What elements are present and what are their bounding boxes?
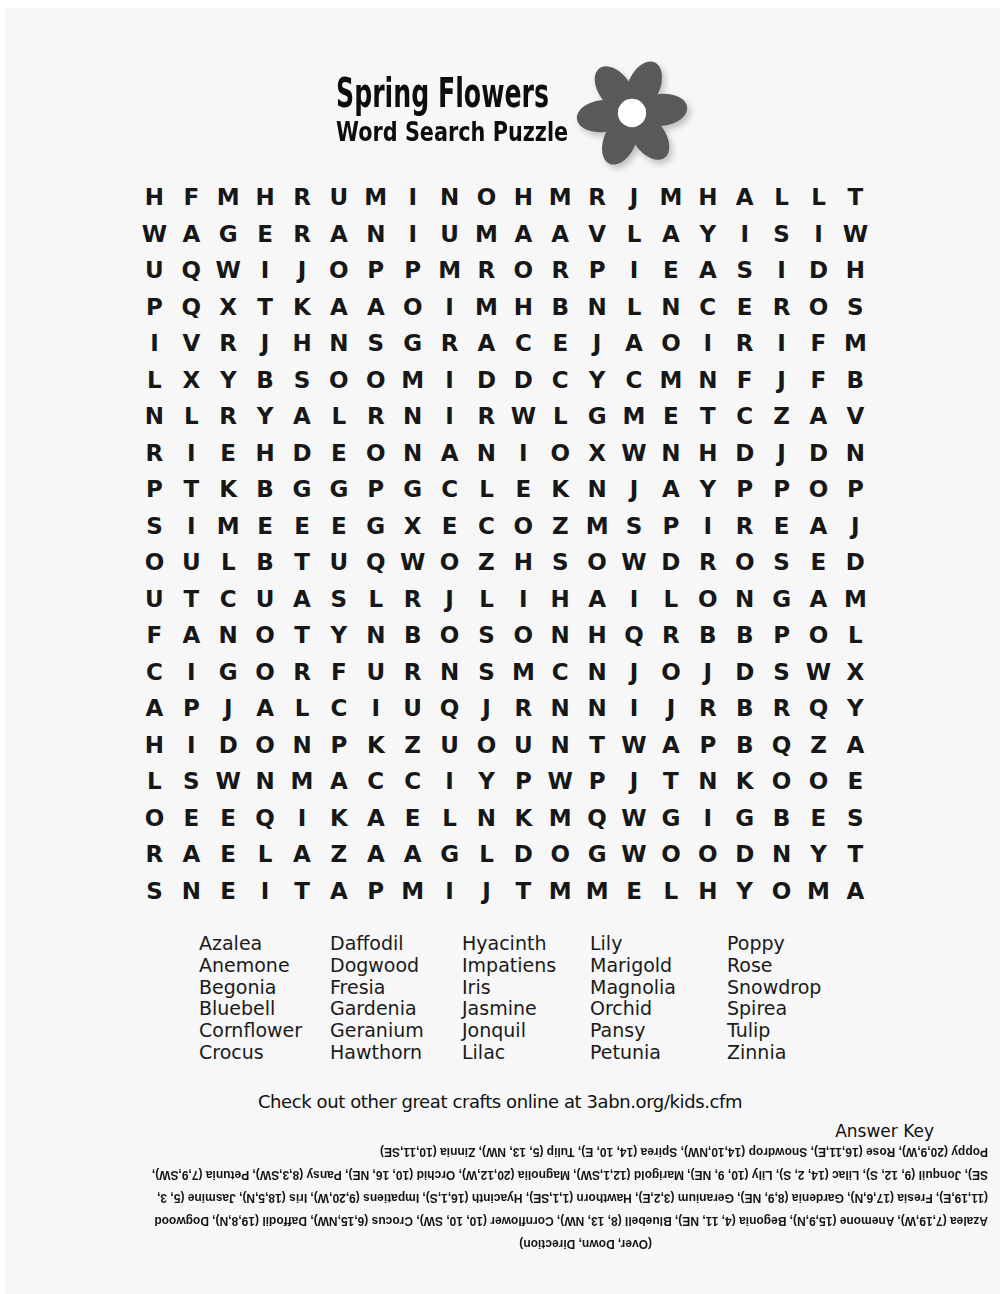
grid-cell-r14c5: R	[284, 654, 321, 691]
grid-cell-r14c2: I	[173, 654, 210, 691]
word-item: Gardenia	[330, 998, 462, 1020]
grid-cell-r11c12: S	[542, 544, 579, 581]
grid-cell-r1c11: H	[505, 179, 542, 216]
grid-cell-r17c3: W	[210, 763, 247, 800]
flower-icon	[566, 54, 698, 172]
grid-cell-r5c11: C	[505, 325, 542, 362]
grid-cell-r14c19: W	[800, 654, 837, 691]
grid-cell-r19c15: O	[652, 836, 689, 873]
grid-cell-r12c1: U	[136, 581, 173, 618]
grid-cell-r6c16: N	[689, 362, 726, 399]
grid-cell-r17c9: I	[431, 763, 468, 800]
grid-cell-r17c11: P	[505, 763, 542, 800]
grid-cell-r10c13: M	[579, 508, 616, 545]
grid-cell-r15c4: A	[247, 690, 284, 727]
grid-cell-r3c12: R	[542, 252, 579, 289]
grid-cell-r20c17: Y	[726, 873, 763, 910]
grid-cell-r7c16: T	[689, 398, 726, 435]
grid-cell-r7c2: L	[173, 398, 210, 435]
grid-cell-r8c7: O	[357, 435, 394, 472]
grid-cell-r19c19: Y	[800, 836, 837, 873]
grid-cell-r13c1: F	[136, 617, 173, 654]
grid-cell-r1c18: L	[763, 179, 800, 216]
grid-cell-r20c2: N	[173, 873, 210, 910]
grid-cell-r16c9: U	[431, 727, 468, 764]
grid-cell-r1c7: M	[357, 179, 394, 216]
grid-cell-r7c5: A	[284, 398, 321, 435]
grid-cell-r9c1: P	[136, 471, 173, 508]
grid-cell-r8c10: N	[468, 435, 505, 472]
grid-cell-r16c13: T	[579, 727, 616, 764]
grid-cell-r18c1: O	[136, 800, 173, 837]
grid-cell-r3c3: W	[210, 252, 247, 289]
grid-cell-r2c11: A	[505, 216, 542, 253]
grid-cell-r8c18: J	[763, 435, 800, 472]
grid-cell-r19c16: O	[689, 836, 726, 873]
grid-cell-r9c5: G	[284, 471, 321, 508]
grid-cell-r1c6: U	[320, 179, 357, 216]
grid-cell-r12c3: C	[210, 581, 247, 618]
grid-cell-r13c2: A	[173, 617, 210, 654]
grid-cell-r6c2: X	[173, 362, 210, 399]
grid-cell-r6c5: S	[284, 362, 321, 399]
grid-cell-r10c18: E	[763, 508, 800, 545]
grid-cell-r10c8: X	[394, 508, 431, 545]
grid-cell-r4c9: I	[431, 289, 468, 326]
word-item: Marigold	[590, 955, 727, 977]
grid-cell-r9c18: P	[763, 471, 800, 508]
grid-cell-r18c15: G	[652, 800, 689, 837]
grid-cell-r13c11: O	[505, 617, 542, 654]
grid-cell-r1c1: H	[136, 179, 173, 216]
grid-cell-r1c13: R	[579, 179, 616, 216]
grid-cell-r17c2: S	[173, 763, 210, 800]
grid-cell-r2c6: A	[320, 216, 357, 253]
grid-cell-r10c10: C	[468, 508, 505, 545]
grid-cell-r2c15: A	[652, 216, 689, 253]
word-item: Crocus	[199, 1042, 330, 1064]
grid-cell-r19c3: E	[210, 836, 247, 873]
grid-cell-r10c11: O	[505, 508, 542, 545]
grid-cell-r19c9: G	[431, 836, 468, 873]
grid-cell-r20c7: P	[357, 873, 394, 910]
grid-cell-r2c9: U	[431, 216, 468, 253]
grid-cell-r7c10: R	[468, 398, 505, 435]
grid-cell-r13c7: N	[357, 617, 394, 654]
word-search-grid: HFMHRUMINOHMRJMHALLTWAGERANIUMAAVLAYISIW…	[136, 179, 874, 909]
grid-cell-r12c12: H	[542, 581, 579, 618]
grid-cell-r12c15: L	[652, 581, 689, 618]
grid-cell-r13c10: S	[468, 617, 505, 654]
grid-cell-r9c9: C	[431, 471, 468, 508]
grid-cell-r12c5: A	[284, 581, 321, 618]
grid-cell-r3c18: I	[763, 252, 800, 289]
grid-cell-r1c3: M	[210, 179, 247, 216]
grid-cell-r9c17: P	[726, 471, 763, 508]
grid-cell-r3c11: O	[505, 252, 542, 289]
grid-cell-r14c4: O	[247, 654, 284, 691]
grid-cell-r15c14: I	[616, 690, 653, 727]
grid-cell-r20c14: E	[616, 873, 653, 910]
word-item: Jonquil	[462, 1020, 590, 1042]
grid-cell-r16c14: W	[616, 727, 653, 764]
answer-key-line: (11,19,E), Fresia (17,6,N), Gardenia (8,…	[12, 1186, 988, 1209]
grid-cell-r12c10: L	[468, 581, 505, 618]
grid-cell-r8c12: O	[542, 435, 579, 472]
grid-cell-r14c15: O	[652, 654, 689, 691]
grid-cell-r17c13: P	[579, 763, 616, 800]
grid-cell-r3c13: P	[579, 252, 616, 289]
word-item: Hawthorn	[330, 1042, 462, 1064]
grid-cell-r13c4: O	[247, 617, 284, 654]
grid-cell-r10c9: E	[431, 508, 468, 545]
grid-cell-r2c2: A	[173, 216, 210, 253]
grid-cell-r10c17: R	[726, 508, 763, 545]
word-item: Zinnia	[727, 1042, 821, 1064]
grid-cell-r2c3: G	[210, 216, 247, 253]
grid-cell-r8c17: D	[726, 435, 763, 472]
grid-cell-r15c1: A	[136, 690, 173, 727]
grid-cell-r5c6: N	[320, 325, 357, 362]
grid-cell-r11c7: Q	[357, 544, 394, 581]
grid-cell-r8c2: I	[173, 435, 210, 472]
grid-cell-r16c7: K	[357, 727, 394, 764]
grid-cell-r20c18: O	[763, 873, 800, 910]
grid-cell-r5c14: A	[616, 325, 653, 362]
word-item: Dogwood	[330, 955, 462, 977]
grid-cell-r19c5: A	[284, 836, 321, 873]
grid-cell-r1c14: J	[616, 179, 653, 216]
grid-cell-r4c7: A	[357, 289, 394, 326]
grid-cell-r17c16: N	[689, 763, 726, 800]
grid-cell-r2c13: V	[579, 216, 616, 253]
grid-cell-r11c17: O	[726, 544, 763, 581]
grid-cell-r2c10: M	[468, 216, 505, 253]
grid-cell-r15c15: J	[652, 690, 689, 727]
grid-cell-r15c6: C	[320, 690, 357, 727]
word-item: Lilac	[462, 1042, 590, 1064]
grid-cell-r6c20: B	[837, 362, 874, 399]
grid-cell-r8c4: H	[247, 435, 284, 472]
grid-cell-r17c6: A	[320, 763, 357, 800]
grid-cell-r5c5: H	[284, 325, 321, 362]
grid-cell-r8c6: E	[320, 435, 357, 472]
grid-cell-r17c7: C	[357, 763, 394, 800]
grid-cell-r16c8: Z	[394, 727, 431, 764]
grid-cell-r2c7: N	[357, 216, 394, 253]
grid-cell-r11c14: W	[616, 544, 653, 581]
grid-cell-r6c3: Y	[210, 362, 247, 399]
word-item: Lily	[590, 933, 727, 955]
grid-cell-r15c2: P	[173, 690, 210, 727]
grid-cell-r12c8: R	[394, 581, 431, 618]
grid-cell-r18c7: A	[357, 800, 394, 837]
grid-cell-r5c13: J	[579, 325, 616, 362]
grid-cell-r4c17: E	[726, 289, 763, 326]
grid-cell-r11c10: Z	[468, 544, 505, 581]
grid-cell-r17c4: N	[247, 763, 284, 800]
grid-cell-r16c19: Z	[800, 727, 837, 764]
word-item: Anemone	[199, 955, 330, 977]
grid-cell-r7c15: E	[652, 398, 689, 435]
grid-cell-r5c10: A	[468, 325, 505, 362]
grid-cell-r9c16: Y	[689, 471, 726, 508]
grid-cell-r1c9: N	[431, 179, 468, 216]
word-item: Snowdrop	[727, 977, 821, 999]
grid-cell-r13c8: B	[394, 617, 431, 654]
grid-cell-r20c3: E	[210, 873, 247, 910]
grid-cell-r18c18: B	[763, 800, 800, 837]
grid-cell-r19c6: Z	[320, 836, 357, 873]
grid-cell-r7c8: N	[394, 398, 431, 435]
grid-cell-r16c11: U	[505, 727, 542, 764]
grid-cell-r11c16: R	[689, 544, 726, 581]
grid-cell-r1c8: I	[394, 179, 431, 216]
grid-cell-r10c14: S	[616, 508, 653, 545]
grid-cell-r14c8: R	[394, 654, 431, 691]
answer-key-heading: (Over, Down, Direction)	[12, 1232, 988, 1255]
grid-cell-r13c5: T	[284, 617, 321, 654]
grid-cell-r9c20: P	[837, 471, 874, 508]
word-column: HyacinthImpatiensIrisJasmineJonquilLilac	[462, 933, 590, 1064]
grid-cell-r4c13: N	[579, 289, 616, 326]
grid-cell-r10c1: S	[136, 508, 173, 545]
grid-cell-r11c15: D	[652, 544, 689, 581]
grid-cell-r14c16: J	[689, 654, 726, 691]
grid-cell-r6c1: L	[136, 362, 173, 399]
grid-cell-r4c15: N	[652, 289, 689, 326]
grid-cell-r7c19: A	[800, 398, 837, 435]
grid-cell-r18c4: Q	[247, 800, 284, 837]
grid-cell-r9c8: G	[394, 471, 431, 508]
word-item: Bluebell	[199, 998, 330, 1020]
grid-cell-r8c15: N	[652, 435, 689, 472]
grid-cell-r15c19: Q	[800, 690, 837, 727]
grid-cell-r12c6: S	[320, 581, 357, 618]
grid-cell-r18c9: L	[431, 800, 468, 837]
grid-cell-r13c3: N	[210, 617, 247, 654]
answer-key-line: SE), Jonquil (9, 12, S), Lilac (14, 2, S…	[12, 1163, 988, 1186]
grid-cell-r16c1: H	[136, 727, 173, 764]
grid-cell-r18c3: E	[210, 800, 247, 837]
grid-cell-r10c12: Z	[542, 508, 579, 545]
word-item: Tulip	[727, 1020, 821, 1042]
grid-cell-r3c9: M	[431, 252, 468, 289]
answer-key-label: Answer Key	[835, 1121, 934, 1141]
answer-key-lines: Azalea (7,19,W), Anemone (15,9,N), Begon…	[12, 1140, 988, 1232]
grid-cell-r10c20: J	[837, 508, 874, 545]
grid-cell-r11c6: U	[320, 544, 357, 581]
grid-cell-r20c6: A	[320, 873, 357, 910]
grid-cell-r15c12: N	[542, 690, 579, 727]
grid-cell-r4c19: O	[800, 289, 837, 326]
grid-cell-r12c16: O	[689, 581, 726, 618]
grid-cell-r7c9: I	[431, 398, 468, 435]
grid-cell-r8c1: R	[136, 435, 173, 472]
grid-cell-r9c3: K	[210, 471, 247, 508]
grid-cell-r5c8: G	[394, 325, 431, 362]
grid-cell-r11c18: S	[763, 544, 800, 581]
grid-cell-r16c6: P	[320, 727, 357, 764]
grid-cell-r18c10: N	[468, 800, 505, 837]
grid-cell-r6c18: J	[763, 362, 800, 399]
grid-cell-r20c16: H	[689, 873, 726, 910]
grid-cell-r8c11: I	[505, 435, 542, 472]
word-item: Orchid	[590, 998, 727, 1020]
grid-cell-r19c7: A	[357, 836, 394, 873]
grid-cell-r4c16: C	[689, 289, 726, 326]
grid-cell-r1c2: F	[173, 179, 210, 216]
grid-cell-r1c16: H	[689, 179, 726, 216]
grid-cell-r9c14: J	[616, 471, 653, 508]
grid-cell-r3c20: H	[837, 252, 874, 289]
grid-cell-r15c9: Q	[431, 690, 468, 727]
grid-cell-r17c5: M	[284, 763, 321, 800]
grid-cell-r8c20: N	[837, 435, 874, 472]
grid-cell-r5c9: R	[431, 325, 468, 362]
grid-cell-r14c20: X	[837, 654, 874, 691]
grid-cell-r9c11: E	[505, 471, 542, 508]
grid-cell-r3c7: P	[357, 252, 394, 289]
word-list: AzaleaAnemoneBegoniaBluebellCornflowerCr…	[199, 933, 821, 1064]
grid-cell-r6c9: I	[431, 362, 468, 399]
grid-cell-r17c17: K	[726, 763, 763, 800]
grid-cell-r20c8: M	[394, 873, 431, 910]
grid-cell-r20c5: T	[284, 873, 321, 910]
grid-cell-r15c20: Y	[837, 690, 874, 727]
grid-cell-r5c17: R	[726, 325, 763, 362]
grid-cell-r19c8: A	[394, 836, 431, 873]
grid-cell-r4c3: X	[210, 289, 247, 326]
word-item: Rose	[727, 955, 821, 977]
grid-cell-r5c1: I	[136, 325, 173, 362]
grid-cell-r16c3: D	[210, 727, 247, 764]
grid-cell-r14c18: S	[763, 654, 800, 691]
grid-cell-r18c2: E	[173, 800, 210, 837]
grid-cell-r19c11: D	[505, 836, 542, 873]
answer-key-line: Azalea (7,19,W), Anemone (15,9,N), Begon…	[12, 1209, 988, 1232]
grid-cell-r6c6: O	[320, 362, 357, 399]
grid-cell-r3c5: J	[284, 252, 321, 289]
grid-cell-r6c10: D	[468, 362, 505, 399]
grid-cell-r12c13: A	[579, 581, 616, 618]
grid-cell-r11c13: O	[579, 544, 616, 581]
grid-cell-r18c6: K	[320, 800, 357, 837]
grid-cell-r13c18: P	[763, 617, 800, 654]
grid-cell-r9c12: K	[542, 471, 579, 508]
grid-cell-r16c10: O	[468, 727, 505, 764]
grid-cell-r15c16: R	[689, 690, 726, 727]
grid-cell-r4c11: H	[505, 289, 542, 326]
grid-cell-r9c2: T	[173, 471, 210, 508]
grid-cell-r12c2: T	[173, 581, 210, 618]
grid-cell-r5c19: F	[800, 325, 837, 362]
grid-cell-r2c19: I	[800, 216, 837, 253]
grid-cell-r5c3: R	[210, 325, 247, 362]
grid-cell-r7c17: C	[726, 398, 763, 435]
grid-cell-r1c4: H	[247, 179, 284, 216]
grid-cell-r19c1: R	[136, 836, 173, 873]
answer-key-line: Poppy (20,9,W), Rose (16,11,E), Snowdrop…	[12, 1140, 988, 1163]
grid-cell-r1c20: T	[837, 179, 874, 216]
grid-cell-r10c4: E	[247, 508, 284, 545]
grid-cell-r4c4: T	[247, 289, 284, 326]
grid-cell-r16c15: A	[652, 727, 689, 764]
grid-cell-r14c6: F	[320, 654, 357, 691]
grid-cell-r17c20: E	[837, 763, 874, 800]
grid-cell-r19c20: T	[837, 836, 874, 873]
grid-cell-r18c13: Q	[579, 800, 616, 837]
grid-cell-r10c2: I	[173, 508, 210, 545]
grid-cell-r10c6: E	[320, 508, 357, 545]
grid-cell-r6c8: M	[394, 362, 431, 399]
grid-cell-r7c12: L	[542, 398, 579, 435]
grid-cell-r13c6: Y	[320, 617, 357, 654]
grid-cell-r14c7: U	[357, 654, 394, 691]
grid-cell-r7c18: Z	[763, 398, 800, 435]
word-item: Begonia	[199, 977, 330, 999]
grid-cell-r3c1: U	[136, 252, 173, 289]
page-title-line1: Spring Flowers	[336, 70, 549, 116]
grid-cell-r12c19: A	[800, 581, 837, 618]
grid-cell-r1c15: M	[652, 179, 689, 216]
grid-cell-r12c11: I	[505, 581, 542, 618]
grid-cell-r2c4: E	[247, 216, 284, 253]
grid-cell-r15c3: J	[210, 690, 247, 727]
word-column: AzaleaAnemoneBegoniaBluebellCornflowerCr…	[199, 933, 330, 1064]
grid-cell-r12c20: M	[837, 581, 874, 618]
grid-cell-r1c5: R	[284, 179, 321, 216]
grid-cell-r13c17: B	[726, 617, 763, 654]
grid-cell-r1c19: L	[800, 179, 837, 216]
grid-cell-r10c5: E	[284, 508, 321, 545]
grid-cell-r20c20: A	[837, 873, 874, 910]
grid-cell-r20c19: M	[800, 873, 837, 910]
grid-cell-r14c3: G	[210, 654, 247, 691]
grid-cell-r7c20: V	[837, 398, 874, 435]
word-item: Cornflower	[199, 1020, 330, 1042]
grid-cell-r12c14: I	[616, 581, 653, 618]
grid-cell-r9c13: N	[579, 471, 616, 508]
grid-cell-r15c11: R	[505, 690, 542, 727]
grid-cell-r19c4: L	[247, 836, 284, 873]
grid-cell-r17c10: Y	[468, 763, 505, 800]
grid-cell-r2c1: W	[136, 216, 173, 253]
grid-cell-r20c15: L	[652, 873, 689, 910]
grid-cell-r8c5: D	[284, 435, 321, 472]
grid-cell-r19c14: W	[616, 836, 653, 873]
word-item: Petunia	[590, 1042, 727, 1064]
grid-cell-r9c10: L	[468, 471, 505, 508]
grid-cell-r11c20: D	[837, 544, 874, 581]
word-item: Poppy	[727, 933, 821, 955]
grid-cell-r12c18: G	[763, 581, 800, 618]
grid-cell-r11c2: U	[173, 544, 210, 581]
grid-cell-r5c12: E	[542, 325, 579, 362]
word-column: PoppyRoseSnowdropSpireaTulipZinnia	[727, 933, 821, 1064]
grid-cell-r11c4: B	[247, 544, 284, 581]
grid-cell-r14c17: D	[726, 654, 763, 691]
grid-cell-r2c17: I	[726, 216, 763, 253]
grid-cell-r17c18: O	[763, 763, 800, 800]
grid-cell-r16c17: B	[726, 727, 763, 764]
grid-cell-r14c14: J	[616, 654, 653, 691]
grid-cell-r16c4: O	[247, 727, 284, 764]
grid-cell-r9c15: A	[652, 471, 689, 508]
grid-cell-r3c15: E	[652, 252, 689, 289]
grid-cell-r5c4: J	[247, 325, 284, 362]
grid-cell-r4c20: S	[837, 289, 874, 326]
